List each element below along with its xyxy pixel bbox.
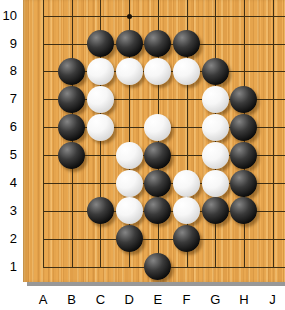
stone-black-H5[interactable] <box>230 142 257 169</box>
col-label-D: D <box>119 292 139 308</box>
stone-black-E9[interactable] <box>144 30 171 57</box>
col-label-C: C <box>90 292 110 308</box>
stone-black-G8[interactable] <box>202 58 229 85</box>
stone-black-E3[interactable] <box>144 197 171 224</box>
stone-white-C8[interactable] <box>87 58 114 85</box>
stone-white-F3[interactable] <box>173 197 200 224</box>
stone-black-B8[interactable] <box>58 58 85 85</box>
col-label-E: E <box>148 292 168 308</box>
stone-black-F2[interactable] <box>173 225 200 252</box>
row-label-1: 1 <box>0 259 17 275</box>
stone-white-E8[interactable] <box>144 58 171 85</box>
row-label-7: 7 <box>0 91 17 107</box>
row-label-2: 2 <box>0 231 17 247</box>
stone-white-F4[interactable] <box>173 170 200 197</box>
grid-line-vertical <box>273 0 274 268</box>
col-label-F: F <box>177 292 197 308</box>
stone-black-F9[interactable] <box>173 30 200 57</box>
stone-black-D9[interactable] <box>116 30 143 57</box>
stone-white-F8[interactable] <box>173 58 200 85</box>
grid-line-horizontal <box>43 16 285 17</box>
col-label-B: B <box>62 292 82 308</box>
stone-white-D4[interactable] <box>116 170 143 197</box>
col-label-G: G <box>205 292 225 308</box>
row-label-10: 10 <box>0 8 17 24</box>
stone-black-E5[interactable] <box>144 142 171 169</box>
go-diagram: 10987654321ABCDEFGHJ <box>0 0 285 310</box>
stone-black-C3[interactable] <box>87 197 114 224</box>
stone-black-B5[interactable] <box>58 142 85 169</box>
stone-black-H7[interactable] <box>230 86 257 113</box>
stone-white-D8[interactable] <box>116 58 143 85</box>
row-label-9: 9 <box>0 36 17 52</box>
row-label-3: 3 <box>0 203 17 219</box>
row-label-4: 4 <box>0 175 17 191</box>
grid-line-vertical <box>43 0 44 268</box>
stone-black-E1[interactable] <box>144 253 171 280</box>
stone-black-B6[interactable] <box>58 114 85 141</box>
stone-white-D5[interactable] <box>116 142 143 169</box>
stone-black-H4[interactable] <box>230 170 257 197</box>
stone-white-G7[interactable] <box>202 86 229 113</box>
stone-white-G5[interactable] <box>202 142 229 169</box>
stone-black-E4[interactable] <box>144 170 171 197</box>
grid-line-horizontal <box>43 239 285 240</box>
col-label-A: A <box>33 292 53 308</box>
stone-black-H3[interactable] <box>230 197 257 224</box>
stone-white-C6[interactable] <box>87 114 114 141</box>
go-board[interactable] <box>23 0 285 282</box>
stone-black-H6[interactable] <box>230 114 257 141</box>
board-edge-shadow <box>27 282 285 286</box>
col-label-H: H <box>234 292 254 308</box>
stone-white-D3[interactable] <box>116 197 143 224</box>
stone-white-G6[interactable] <box>202 114 229 141</box>
row-label-5: 5 <box>0 147 17 163</box>
star-point <box>127 14 132 19</box>
stone-black-D2[interactable] <box>116 225 143 252</box>
stone-black-G3[interactable] <box>202 197 229 224</box>
row-label-6: 6 <box>0 119 17 135</box>
stone-black-B7[interactable] <box>58 86 85 113</box>
stone-white-E6[interactable] <box>144 114 171 141</box>
row-label-8: 8 <box>0 63 17 79</box>
stone-black-C9[interactable] <box>87 30 114 57</box>
col-label-J: J <box>263 292 283 308</box>
stone-white-C7[interactable] <box>87 86 114 113</box>
stone-white-G4[interactable] <box>202 170 229 197</box>
